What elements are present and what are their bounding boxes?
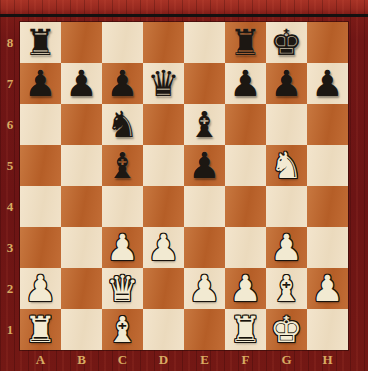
piece-white-pawn[interactable]: ♟ xyxy=(143,227,184,268)
piece-black-knight[interactable]: ♞ xyxy=(102,104,143,145)
piece-white-queen[interactable]: ♛ xyxy=(102,268,143,309)
rank-label-3: 3 xyxy=(0,227,20,268)
square-h7[interactable]: ♟ xyxy=(307,63,348,104)
chess-board[interactable]: ♜♜♚♟♟♟♛♟♟♟♞♝♝♟♞♟♟♟♟♛♟♟♝♟♜♝♜♚ xyxy=(20,22,348,350)
piece-black-queen[interactable]: ♛ xyxy=(143,63,184,104)
square-f5[interactable] xyxy=(225,145,266,186)
square-b1[interactable] xyxy=(61,309,102,350)
square-e1[interactable] xyxy=(184,309,225,350)
square-e4[interactable] xyxy=(184,186,225,227)
square-h6[interactable] xyxy=(307,104,348,145)
square-d7[interactable]: ♛ xyxy=(143,63,184,104)
piece-white-pawn[interactable]: ♟ xyxy=(184,268,225,309)
square-c5[interactable]: ♝ xyxy=(102,145,143,186)
square-d1[interactable] xyxy=(143,309,184,350)
square-d2[interactable] xyxy=(143,268,184,309)
rank-label-8: 8 xyxy=(0,22,20,63)
piece-black-bishop[interactable]: ♝ xyxy=(102,145,143,186)
square-g4[interactable] xyxy=(266,186,307,227)
square-c3[interactable]: ♟ xyxy=(102,227,143,268)
rank-label-4: 4 xyxy=(0,186,20,227)
square-d3[interactable]: ♟ xyxy=(143,227,184,268)
rank-label-2: 2 xyxy=(0,268,20,309)
square-f7[interactable]: ♟ xyxy=(225,63,266,104)
square-d4[interactable] xyxy=(143,186,184,227)
square-e7[interactable] xyxy=(184,63,225,104)
square-a1[interactable]: ♜ xyxy=(20,309,61,350)
piece-white-rook[interactable]: ♜ xyxy=(225,309,266,350)
square-g3[interactable]: ♟ xyxy=(266,227,307,268)
square-b5[interactable] xyxy=(61,145,102,186)
piece-black-bishop[interactable]: ♝ xyxy=(184,104,225,145)
file-label-d: D xyxy=(143,352,184,370)
square-e6[interactable]: ♝ xyxy=(184,104,225,145)
piece-black-pawn[interactable]: ♟ xyxy=(61,63,102,104)
piece-black-pawn[interactable]: ♟ xyxy=(102,63,143,104)
square-h4[interactable] xyxy=(307,186,348,227)
piece-white-knight[interactable]: ♞ xyxy=(266,145,307,186)
square-g7[interactable]: ♟ xyxy=(266,63,307,104)
square-c2[interactable]: ♛ xyxy=(102,268,143,309)
square-a5[interactable] xyxy=(20,145,61,186)
square-c8[interactable] xyxy=(102,22,143,63)
square-h5[interactable] xyxy=(307,145,348,186)
square-e3[interactable] xyxy=(184,227,225,268)
square-f2[interactable]: ♟ xyxy=(225,268,266,309)
square-h1[interactable] xyxy=(307,309,348,350)
square-g5[interactable]: ♞ xyxy=(266,145,307,186)
piece-black-rook[interactable]: ♜ xyxy=(225,22,266,63)
piece-white-pawn[interactable]: ♟ xyxy=(20,268,61,309)
piece-white-pawn[interactable]: ♟ xyxy=(102,227,143,268)
square-b3[interactable] xyxy=(61,227,102,268)
rank-label-7: 7 xyxy=(0,63,20,104)
piece-white-rook[interactable]: ♜ xyxy=(20,309,61,350)
piece-white-bishop[interactable]: ♝ xyxy=(102,309,143,350)
square-f8[interactable]: ♜ xyxy=(225,22,266,63)
piece-white-bishop[interactable]: ♝ xyxy=(266,268,307,309)
piece-black-pawn[interactable]: ♟ xyxy=(225,63,266,104)
square-a4[interactable] xyxy=(20,186,61,227)
rank-label-6: 6 xyxy=(0,104,20,145)
square-e5[interactable]: ♟ xyxy=(184,145,225,186)
square-c4[interactable] xyxy=(102,186,143,227)
piece-black-pawn[interactable]: ♟ xyxy=(266,63,307,104)
piece-white-king[interactable]: ♚ xyxy=(266,309,307,350)
square-g1[interactable]: ♚ xyxy=(266,309,307,350)
square-d8[interactable] xyxy=(143,22,184,63)
square-d5[interactable] xyxy=(143,145,184,186)
square-a7[interactable]: ♟ xyxy=(20,63,61,104)
square-f4[interactable] xyxy=(225,186,266,227)
piece-black-pawn[interactable]: ♟ xyxy=(307,63,348,104)
square-c7[interactable]: ♟ xyxy=(102,63,143,104)
file-label-b: B xyxy=(61,352,102,370)
square-c6[interactable]: ♞ xyxy=(102,104,143,145)
piece-black-rook[interactable]: ♜ xyxy=(20,22,61,63)
square-g6[interactable] xyxy=(266,104,307,145)
square-e8[interactable] xyxy=(184,22,225,63)
board-frame-edge xyxy=(0,14,368,17)
square-a8[interactable]: ♜ xyxy=(20,22,61,63)
square-b4[interactable] xyxy=(61,186,102,227)
square-g8[interactable]: ♚ xyxy=(266,22,307,63)
file-label-f: F xyxy=(225,352,266,370)
file-label-h: H xyxy=(307,352,348,370)
square-h3[interactable] xyxy=(307,227,348,268)
chess-diagram-window: 87654321 ♜♜♚♟♟♟♛♟♟♟♞♝♝♟♞♟♟♟♟♛♟♟♝♟♜♝♜♚ AB… xyxy=(0,0,368,371)
square-c1[interactable]: ♝ xyxy=(102,309,143,350)
square-b8[interactable] xyxy=(61,22,102,63)
rank-label-1: 1 xyxy=(0,309,20,350)
square-a6[interactable] xyxy=(20,104,61,145)
file-label-g: G xyxy=(266,352,307,370)
file-label-a: A xyxy=(20,352,61,370)
square-b7[interactable]: ♟ xyxy=(61,63,102,104)
file-label-c: C xyxy=(102,352,143,370)
piece-black-pawn[interactable]: ♟ xyxy=(184,145,225,186)
square-a3[interactable] xyxy=(20,227,61,268)
square-f3[interactable] xyxy=(225,227,266,268)
file-label-e: E xyxy=(184,352,225,370)
square-e2[interactable]: ♟ xyxy=(184,268,225,309)
piece-white-pawn[interactable]: ♟ xyxy=(225,268,266,309)
square-b6[interactable] xyxy=(61,104,102,145)
piece-black-king[interactable]: ♚ xyxy=(266,22,307,63)
square-b2[interactable] xyxy=(61,268,102,309)
square-d6[interactable] xyxy=(143,104,184,145)
square-f6[interactable] xyxy=(225,104,266,145)
square-h8[interactable] xyxy=(307,22,348,63)
square-a2[interactable]: ♟ xyxy=(20,268,61,309)
piece-black-pawn[interactable]: ♟ xyxy=(20,63,61,104)
square-h2[interactable]: ♟ xyxy=(307,268,348,309)
piece-white-pawn[interactable]: ♟ xyxy=(266,227,307,268)
square-g2[interactable]: ♝ xyxy=(266,268,307,309)
piece-white-pawn[interactable]: ♟ xyxy=(307,268,348,309)
square-f1[interactable]: ♜ xyxy=(225,309,266,350)
rank-label-5: 5 xyxy=(0,145,20,186)
